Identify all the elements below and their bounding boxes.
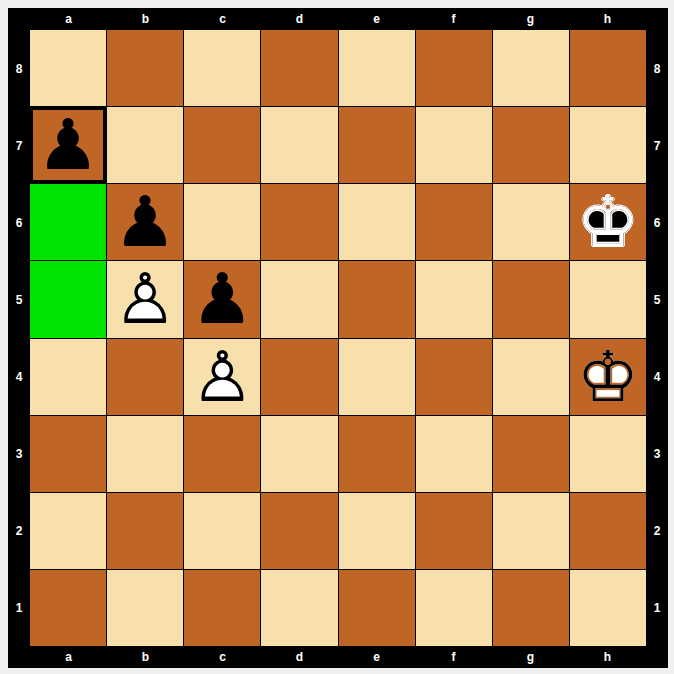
square-c6[interactable] bbox=[184, 184, 260, 260]
rank-label-5: 5 bbox=[646, 261, 668, 338]
square-g6[interactable] bbox=[493, 184, 569, 260]
square-f2[interactable] bbox=[416, 493, 492, 569]
file-label-f: f bbox=[415, 646, 492, 668]
file-label-b: b bbox=[107, 8, 184, 30]
square-b7[interactable] bbox=[107, 107, 183, 183]
white-pawn-outline: ♙ bbox=[107, 261, 183, 337]
square-c3[interactable] bbox=[184, 416, 260, 492]
file-label-c: c bbox=[184, 646, 261, 668]
white-king[interactable]: ♚♔ bbox=[570, 339, 646, 415]
black-pawn-glyph: ♟ bbox=[107, 184, 183, 260]
white-pawn-outline: ♙ bbox=[184, 339, 260, 415]
rank-label-5: 5 bbox=[8, 261, 30, 338]
square-a7[interactable]: ♟ bbox=[30, 107, 106, 183]
square-h4[interactable]: ♚♔ bbox=[570, 339, 646, 415]
black-king-outline: ♔ bbox=[570, 184, 646, 260]
square-b5[interactable]: ♟♙ bbox=[107, 261, 183, 337]
rank-label-6: 6 bbox=[8, 184, 30, 261]
file-label-h: h bbox=[569, 646, 646, 668]
chess-board: abcdefgh abcdefgh 87654321 87654321 ♟♟♚♔… bbox=[8, 8, 668, 668]
square-d7[interactable] bbox=[261, 107, 337, 183]
rank-label-1: 1 bbox=[646, 569, 668, 646]
square-c8[interactable] bbox=[184, 30, 260, 106]
square-c5[interactable]: ♟ bbox=[184, 261, 260, 337]
rank-label-2: 2 bbox=[646, 492, 668, 569]
rank-label-8: 8 bbox=[8, 30, 30, 107]
rank-label-4: 4 bbox=[646, 338, 668, 415]
square-e3[interactable] bbox=[339, 416, 415, 492]
square-f4[interactable] bbox=[416, 339, 492, 415]
square-b2[interactable] bbox=[107, 493, 183, 569]
square-g2[interactable] bbox=[493, 493, 569, 569]
square-e1[interactable] bbox=[339, 570, 415, 646]
square-a6[interactable] bbox=[30, 184, 106, 260]
black-pawn-glyph: ♟ bbox=[30, 107, 106, 183]
rank-labels-right: 87654321 bbox=[646, 30, 668, 646]
file-label-d: d bbox=[261, 646, 338, 668]
square-h5[interactable] bbox=[570, 261, 646, 337]
file-label-h: h bbox=[569, 8, 646, 30]
square-h1[interactable] bbox=[570, 570, 646, 646]
square-h7[interactable] bbox=[570, 107, 646, 183]
white-king-outline: ♔ bbox=[570, 339, 646, 415]
square-c2[interactable] bbox=[184, 493, 260, 569]
square-d3[interactable] bbox=[261, 416, 337, 492]
black-pawn-glyph: ♟ bbox=[184, 261, 260, 337]
square-f6[interactable] bbox=[416, 184, 492, 260]
square-a5[interactable] bbox=[30, 261, 106, 337]
square-f1[interactable] bbox=[416, 570, 492, 646]
file-labels-top: abcdefgh bbox=[30, 8, 646, 30]
square-g5[interactable] bbox=[493, 261, 569, 337]
square-e5[interactable] bbox=[339, 261, 415, 337]
square-b6[interactable]: ♟ bbox=[107, 184, 183, 260]
black-pawn[interactable]: ♟ bbox=[184, 261, 260, 337]
square-f3[interactable] bbox=[416, 416, 492, 492]
file-label-e: e bbox=[338, 646, 415, 668]
square-a4[interactable] bbox=[30, 339, 106, 415]
file-label-d: d bbox=[261, 8, 338, 30]
square-a2[interactable] bbox=[30, 493, 106, 569]
square-f5[interactable] bbox=[416, 261, 492, 337]
square-g7[interactable] bbox=[493, 107, 569, 183]
square-a8[interactable] bbox=[30, 30, 106, 106]
file-label-c: c bbox=[184, 8, 261, 30]
white-pawn[interactable]: ♟♙ bbox=[184, 339, 260, 415]
square-e2[interactable] bbox=[339, 493, 415, 569]
file-label-e: e bbox=[338, 8, 415, 30]
square-h2[interactable] bbox=[570, 493, 646, 569]
board-squares: ♟♟♚♔♟♙♟♟♙♚♔ bbox=[30, 30, 646, 646]
rank-label-4: 4 bbox=[8, 338, 30, 415]
rank-label-7: 7 bbox=[646, 107, 668, 184]
square-g1[interactable] bbox=[493, 570, 569, 646]
file-label-g: g bbox=[492, 646, 569, 668]
square-d6[interactable] bbox=[261, 184, 337, 260]
file-labels-bottom: abcdefgh bbox=[30, 646, 646, 668]
square-d2[interactable] bbox=[261, 493, 337, 569]
square-c4[interactable]: ♟♙ bbox=[184, 339, 260, 415]
black-king[interactable]: ♚♔ bbox=[570, 184, 646, 260]
square-b4[interactable] bbox=[107, 339, 183, 415]
square-h6[interactable]: ♚♔ bbox=[570, 184, 646, 260]
file-label-f: f bbox=[415, 8, 492, 30]
square-e8[interactable] bbox=[339, 30, 415, 106]
square-f7[interactable] bbox=[416, 107, 492, 183]
square-e4[interactable] bbox=[339, 339, 415, 415]
square-g4[interactable] bbox=[493, 339, 569, 415]
file-label-a: a bbox=[30, 646, 107, 668]
black-pawn[interactable]: ♟ bbox=[107, 184, 183, 260]
rank-label-6: 6 bbox=[646, 184, 668, 261]
square-g3[interactable] bbox=[493, 416, 569, 492]
square-d1[interactable] bbox=[261, 570, 337, 646]
square-d8[interactable] bbox=[261, 30, 337, 106]
black-pawn[interactable]: ♟ bbox=[30, 107, 106, 183]
square-e7[interactable] bbox=[339, 107, 415, 183]
file-label-b: b bbox=[107, 646, 184, 668]
rank-label-3: 3 bbox=[646, 415, 668, 492]
page-background: abcdefgh abcdefgh 87654321 87654321 ♟♟♚♔… bbox=[0, 0, 674, 674]
square-b3[interactable] bbox=[107, 416, 183, 492]
square-h3[interactable] bbox=[570, 416, 646, 492]
square-b8[interactable] bbox=[107, 30, 183, 106]
square-h8[interactable] bbox=[570, 30, 646, 106]
square-d4[interactable] bbox=[261, 339, 337, 415]
square-a3[interactable] bbox=[30, 416, 106, 492]
square-a1[interactable] bbox=[30, 570, 106, 646]
square-d5[interactable] bbox=[261, 261, 337, 337]
white-pawn[interactable]: ♟♙ bbox=[107, 261, 183, 337]
square-c7[interactable] bbox=[184, 107, 260, 183]
file-label-g: g bbox=[492, 8, 569, 30]
rank-label-2: 2 bbox=[8, 492, 30, 569]
rank-labels-left: 87654321 bbox=[8, 30, 30, 646]
square-f8[interactable] bbox=[416, 30, 492, 106]
rank-label-1: 1 bbox=[8, 569, 30, 646]
square-b1[interactable] bbox=[107, 570, 183, 646]
square-g8[interactable] bbox=[493, 30, 569, 106]
rank-label-3: 3 bbox=[8, 415, 30, 492]
file-label-a: a bbox=[30, 8, 107, 30]
rank-label-8: 8 bbox=[646, 30, 668, 107]
square-e6[interactable] bbox=[339, 184, 415, 260]
square-c1[interactable] bbox=[184, 570, 260, 646]
rank-label-7: 7 bbox=[8, 107, 30, 184]
